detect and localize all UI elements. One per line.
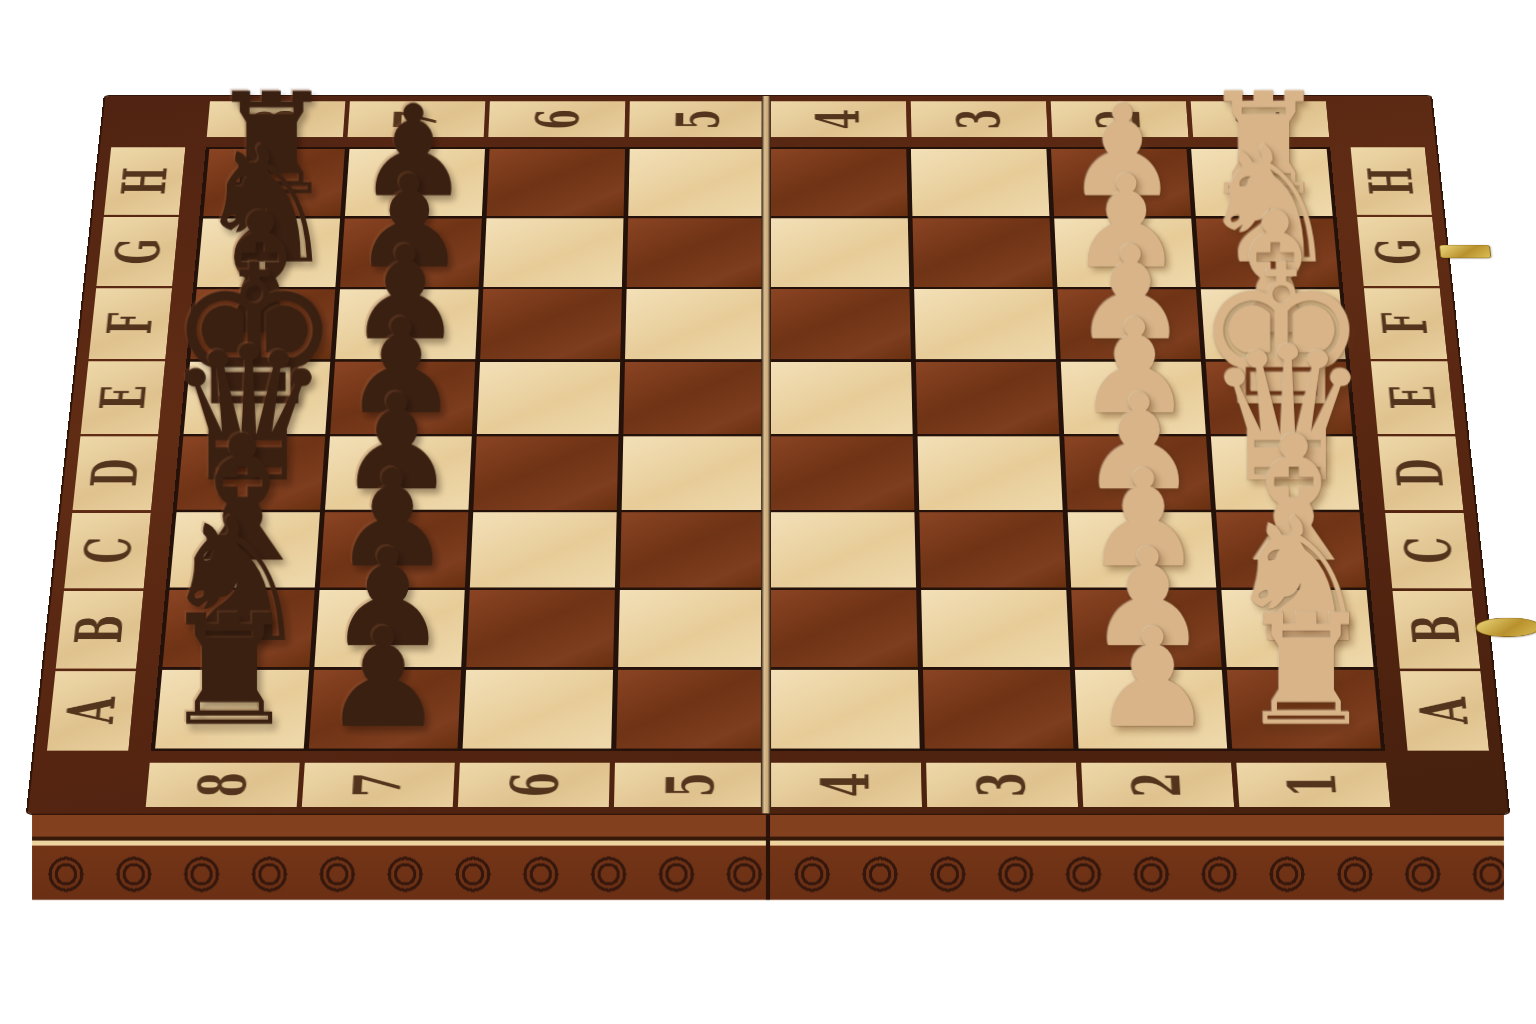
file-label-D: D [73, 436, 159, 510]
piece-black-pawn-a7: ♟ [322, 610, 445, 747]
file-label-D: D [1378, 436, 1464, 510]
square-g3 [912, 218, 1052, 287]
square-a3 [923, 670, 1074, 749]
rank-label-6: 6 [458, 763, 610, 807]
rank-label-text-6: 6 [501, 772, 567, 797]
brass-clasp-lower [1475, 618, 1536, 637]
square-h4 [770, 149, 907, 216]
file-label-H: H [104, 147, 185, 214]
file-label-text-F: F [1374, 313, 1437, 335]
apron-center-seam [766, 814, 770, 900]
file-label-text-C: C [75, 537, 141, 563]
file-label-text-B: B [66, 615, 133, 644]
piece-white-pawn-a2: ♟ [1091, 610, 1214, 747]
rank-label-2: 2 [1081, 763, 1234, 807]
perspective-wrapper: 87654321 87654321 HGFEDCBA HGFEDCBA ♜♟♟♜… [106, 96, 1431, 961]
square-e6 [477, 362, 621, 434]
rank-label-5: 5 [614, 763, 765, 807]
rank-label-text-5: 5 [668, 109, 727, 129]
piece-white-rook-a1: ♜ [1238, 595, 1375, 748]
brass-clasp-upper [1439, 245, 1491, 258]
file-label-E: E [1371, 361, 1455, 433]
file-label-text-E: E [1381, 385, 1445, 409]
file-label-text-H: H [1360, 167, 1422, 195]
file-label-text-G: G [1367, 239, 1430, 265]
square-g4 [770, 218, 909, 287]
file-label-text-B: B [1403, 615, 1470, 644]
square-b3 [921, 590, 1070, 667]
piece-black-rook-a8: ♜ [161, 595, 298, 748]
rank-label-4: 4 [771, 763, 922, 807]
file-label-G: G [96, 217, 178, 286]
rank-label-text-6: 6 [527, 109, 587, 129]
rank-label-6: 6 [489, 101, 626, 137]
square-e4 [770, 362, 912, 434]
rank-label-text-5: 5 [657, 772, 723, 797]
square-c3 [919, 512, 1066, 587]
square-f4 [770, 289, 910, 359]
rank-label-text-3: 3 [949, 109, 1009, 129]
square-d5 [622, 436, 766, 509]
square-b6 [467, 590, 616, 667]
square-h6 [487, 149, 626, 216]
rank-label-3: 3 [926, 763, 1078, 807]
file-label-text-H: H [114, 167, 176, 195]
square-b5 [619, 590, 766, 667]
square-a6 [463, 670, 614, 749]
square-h5 [629, 149, 766, 216]
file-label-text-G: G [106, 239, 169, 265]
square-f3 [914, 289, 1056, 359]
square-g6 [484, 218, 624, 287]
chess-board: 87654321 87654321 HGFEDCBA HGFEDCBA ♜♟♟♜… [28, 96, 1508, 814]
square-d3 [917, 436, 1062, 509]
file-label-text-D: D [83, 459, 148, 487]
square-a5 [617, 670, 766, 749]
rank-label-4: 4 [770, 101, 906, 137]
file-label-G: G [1357, 217, 1439, 286]
square-a7: ♟ [309, 670, 461, 749]
square-d4 [770, 436, 914, 509]
rank-label-text-4: 4 [813, 772, 879, 797]
square-e5 [624, 362, 766, 434]
file-label-C: C [64, 513, 151, 589]
file-label-A: A [47, 671, 136, 750]
file-label-B: B [56, 591, 144, 669]
square-a8: ♜ [155, 670, 309, 749]
square-b4 [770, 590, 917, 667]
file-label-E: E [81, 361, 165, 433]
file-label-text-A: A [58, 697, 125, 724]
rank-label-8: 8 [146, 763, 300, 807]
front-apron [32, 814, 1504, 900]
rank-label-text-4: 4 [809, 109, 868, 129]
square-h3 [911, 149, 1050, 216]
file-label-text-D: D [1388, 459, 1453, 487]
file-label-text-F: F [99, 313, 162, 335]
rank-label-text-3: 3 [968, 772, 1034, 797]
rank-label-text-8: 8 [189, 772, 256, 797]
square-c5 [620, 512, 765, 587]
square-f6 [480, 289, 622, 359]
file-label-H: H [1351, 147, 1432, 214]
rank-label-1: 1 [1236, 763, 1390, 807]
rank-label-5: 5 [629, 101, 765, 137]
rank-label-text-2: 2 [1124, 772, 1191, 797]
rank-label-text-7: 7 [345, 772, 412, 797]
square-g5 [627, 218, 766, 287]
product-photo-scene: 87654321 87654321 HGFEDCBA HGFEDCBA ♜♟♟♜… [0, 0, 1536, 1024]
file-label-F: F [1364, 288, 1447, 359]
file-label-text-A: A [1411, 697, 1478, 724]
file-label-F: F [89, 288, 172, 359]
square-c4 [770, 512, 915, 587]
square-a4 [771, 670, 920, 749]
rank-label-text-1: 1 [1279, 772, 1346, 797]
square-a1: ♜ [1227, 670, 1381, 749]
square-d6 [474, 436, 619, 509]
square-a2: ♟ [1075, 670, 1227, 749]
rank-label-3: 3 [910, 101, 1047, 137]
file-label-A: A [1400, 671, 1489, 750]
file-label-C: C [1385, 513, 1472, 589]
square-c6 [470, 512, 617, 587]
file-label-B: B [1392, 591, 1480, 669]
rank-label-7: 7 [302, 763, 455, 807]
file-label-text-C: C [1395, 537, 1461, 563]
file-label-text-E: E [91, 385, 155, 409]
scale-wrapper: 87654321 87654321 HGFEDCBA HGFEDCBA ♜♟♟♜… [61, 8, 1474, 950]
square-f5 [625, 289, 765, 359]
square-e3 [915, 362, 1059, 434]
